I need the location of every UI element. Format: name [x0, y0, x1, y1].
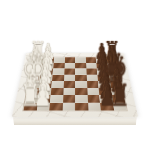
square-g4: [62, 95, 75, 103]
square-d5: [75, 75, 87, 81]
chess-set-product-photo[interactable]: ♜♟♟♜♞♟♟♞♝♟♟♝♛♟♟♛♚♟♟♚♝♟♟♝♞♟♟♞♜♟♟♜: [0, 0, 150, 150]
square-b5: [75, 63, 86, 69]
square-e5: [75, 81, 87, 88]
board-grid: ♜♟♟♜♞♟♟♞♝♟♟♝♛♟♟♛♚♟♟♚♝♟♟♝♞♟♟♞♜♟♟♜: [23, 57, 126, 110]
square-h8: ♜: [113, 103, 127, 111]
board-slab-edge: [13, 117, 137, 125]
square-f5: [75, 88, 87, 95]
square-h5: [75, 103, 88, 111]
square-h4: [62, 103, 75, 111]
square-e4: [63, 81, 75, 88]
chess-board: ♜♟♟♜♞♟♟♞♝♟♟♝♛♟♟♛♚♟♟♚♝♟♟♝♞♟♟♞♜♟♟♜: [12, 53, 138, 117]
brown-rook: ♜: [110, 80, 130, 110]
square-d4: [64, 75, 76, 81]
square-h2: ♟: [36, 103, 50, 111]
square-b4: [64, 63, 75, 69]
board-scene: ♜♟♟♜♞♟♟♞♝♟♟♝♛♟♟♛♚♟♟♚♝♟♟♝♞♟♟♞♜♟♟♜: [20, 26, 130, 136]
white-pawn: ♟: [34, 84, 52, 111]
square-f4: [63, 88, 75, 95]
square-g5: [75, 95, 88, 103]
